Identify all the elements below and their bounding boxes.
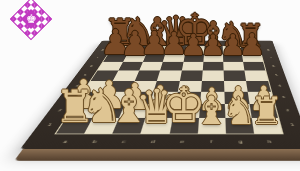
square-f1	[197, 118, 225, 134]
square-d6	[160, 62, 183, 71]
square-e1	[169, 118, 199, 134]
square-f3	[200, 91, 225, 103]
square-e5	[179, 71, 202, 81]
coord-rank-6: 6	[268, 62, 278, 71]
square-e6	[181, 62, 203, 71]
coord-file-g: g	[226, 138, 256, 145]
square-g2	[225, 104, 252, 118]
coord-file-b: b	[78, 138, 110, 145]
square-h3	[248, 91, 275, 103]
board-squares	[54, 46, 283, 134]
square-g5	[223, 71, 245, 81]
square-h7	[242, 54, 263, 62]
coord-rank-8: 8	[264, 46, 273, 53]
coord-rank-7: 7	[266, 54, 276, 62]
coord-rank-7: 7	[91, 54, 104, 62]
coord-file-d: d	[137, 138, 168, 145]
square-g6	[223, 62, 244, 71]
square-d8	[166, 46, 186, 53]
chess-board: abcdefgh 87654321 87654321	[20, 41, 300, 149]
coord-rank-3: 3	[277, 91, 290, 103]
square-e4	[177, 81, 201, 92]
square-d5	[157, 71, 181, 81]
square-g7	[223, 54, 243, 62]
square-g3	[224, 91, 249, 103]
coord-rank-8: 8	[97, 46, 109, 53]
square-f7	[203, 54, 223, 62]
square-h4	[246, 81, 271, 92]
square-h8	[241, 46, 261, 53]
square-e2	[172, 104, 200, 118]
square-h5	[244, 71, 268, 81]
square-e3	[175, 91, 201, 103]
square-f5	[202, 71, 224, 81]
coord-rank-5: 5	[271, 71, 282, 81]
square-g4	[224, 81, 248, 92]
square-d2	[146, 104, 175, 118]
logo-king-glyph: ♚	[26, 13, 37, 25]
perspective-wrapper: abcdefgh 87654321 87654321	[11, 0, 300, 171]
square-h6	[243, 62, 265, 71]
file-coordinates-bottom: abcdefgh	[49, 138, 285, 145]
coord-rank-2: 2	[281, 104, 295, 118]
coord-file-a: a	[49, 138, 82, 145]
board-edge-bevel	[14, 149, 300, 161]
square-f8	[204, 46, 223, 53]
square-d7	[163, 54, 185, 62]
square-d3	[150, 91, 177, 103]
coord-file-e: e	[167, 138, 197, 145]
square-h2	[249, 104, 278, 118]
chess-board-photo: ♚ abcdefgh 87654321 87654321 ♜♞♝♛♚♝♞♜♟♟♟…	[0, 0, 300, 171]
logo-king-icon: ♚	[21, 9, 41, 29]
square-g8	[222, 46, 241, 53]
square-f6	[202, 62, 223, 71]
square-h1	[252, 118, 283, 134]
coord-file-f: f	[197, 138, 227, 145]
square-f2	[199, 104, 225, 118]
coord-file-c: c	[108, 138, 140, 145]
square-f4	[201, 81, 224, 92]
square-e7	[183, 54, 204, 62]
square-e8	[185, 46, 205, 53]
square-d4	[154, 81, 180, 92]
coord-rank-1: 1	[285, 118, 300, 134]
square-g1	[225, 118, 254, 134]
square-d1	[141, 118, 172, 134]
coord-rank-4: 4	[274, 81, 286, 92]
coord-file-h: h	[255, 138, 286, 145]
